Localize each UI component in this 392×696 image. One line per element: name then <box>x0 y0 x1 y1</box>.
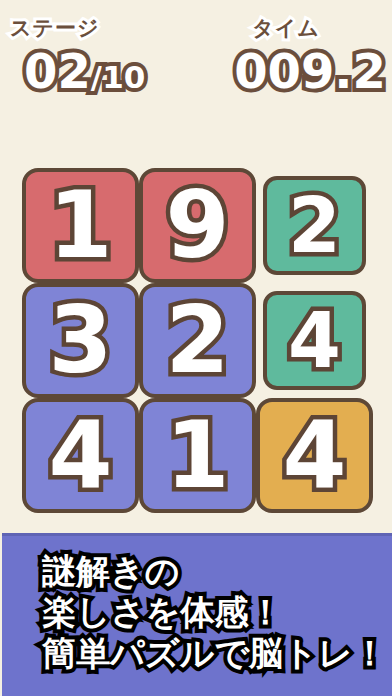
time-digits: 009.2 009.2 <box>234 47 386 95</box>
tile-r2c3[interactable]: 44 <box>263 291 366 390</box>
stage-label: ステージ ステージ <box>10 18 99 39</box>
tile-number: 2 <box>288 181 341 270</box>
tile-number: 2 <box>165 287 229 394</box>
board-cell-r3c1: 44 <box>22 398 139 513</box>
tile-number: 1 <box>48 172 112 279</box>
stage-counter: ステージ ステージ 02 02 / / 10 10 <box>10 18 145 95</box>
stage-separator: / / <box>91 62 102 93</box>
tile-number: 4 <box>282 402 346 509</box>
board-cell-r1c3: 22 <box>256 168 373 283</box>
tile-r1c1[interactable]: 11 <box>22 168 139 283</box>
tile-number: 4 <box>48 402 112 509</box>
board-cell-r2c2: 22 <box>139 283 256 398</box>
board-cell-r3c2: 11 <box>139 398 256 513</box>
board-cell-r2c3: 44 <box>256 283 373 398</box>
stage-value: 02 02 / / 10 10 <box>24 47 145 95</box>
stage-total: 10 10 <box>102 62 145 93</box>
tile-number: 9 <box>165 172 229 279</box>
banner-text-line-1: 謎解きの謎解きの <box>42 551 392 592</box>
tile-number: 4 <box>288 296 341 385</box>
stage-current: 02 02 <box>24 47 91 95</box>
banner-text-line-3: 簡単パズルで脳トレ！簡単パズルで脳トレ！ <box>42 633 392 674</box>
tile-r3c1[interactable]: 44 <box>22 398 139 513</box>
tile-number: 1 <box>165 402 229 509</box>
tile-r2c2[interactable]: 22 <box>139 283 256 398</box>
tile-r3c2[interactable]: 11 <box>139 398 256 513</box>
tile-r3c3[interactable]: 44 <box>256 398 373 513</box>
time-label: タイム タイム <box>252 18 319 39</box>
time-value: 009.2 009.2 <box>234 47 386 95</box>
ad-banner[interactable]: 謎解きの謎解きの 楽しさを体感！楽しさを体感！ 簡単パズルで脳トレ！簡単パズルで… <box>2 533 392 696</box>
board-cell-r1c1: 11 <box>22 168 139 283</box>
puzzle-board: 11 99 22 33 22 44 <box>22 168 373 513</box>
time-counter: タイム タイム 009.2 009.2 <box>234 18 386 95</box>
tile-number: 3 <box>48 287 112 394</box>
board-cell-r2c1: 33 <box>22 283 139 398</box>
hud: ステージ ステージ 02 02 / / 10 10 タイム <box>0 18 392 95</box>
banner-text-line-2: 楽しさを体感！楽しさを体感！ <box>42 592 392 633</box>
tile-r2c1[interactable]: 33 <box>22 283 139 398</box>
board-cell-r3c3: 44 <box>256 398 373 513</box>
tile-r1c2[interactable]: 99 <box>139 168 256 283</box>
board-cell-r1c2: 99 <box>139 168 256 283</box>
game-screen: ステージ ステージ 02 02 / / 10 10 タイム <box>0 0 392 696</box>
tile-r1c3[interactable]: 22 <box>263 176 366 275</box>
